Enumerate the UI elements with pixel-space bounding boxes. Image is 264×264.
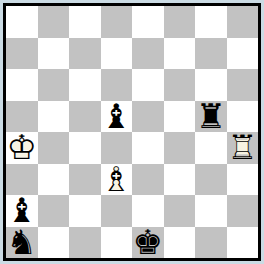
square-a4[interactable]: ♚♔ [6, 132, 38, 164]
square-f8[interactable] [164, 6, 196, 38]
square-b7[interactable] [38, 38, 70, 70]
square-a1[interactable]: ♞ [6, 227, 38, 259]
chess-board: ♝♜♚♔♜♖♝♗♝♞♚ [6, 6, 258, 258]
square-c1[interactable] [69, 227, 101, 259]
square-g5[interactable]: ♜ [195, 101, 227, 133]
square-e6[interactable] [132, 69, 164, 101]
white-bishop-glyph: ♗ [101, 164, 131, 196]
square-a7[interactable] [6, 38, 38, 70]
piece-black-rook[interactable]: ♜ [196, 101, 226, 133]
piece-black-king[interactable]: ♚ [133, 227, 163, 259]
square-d3[interactable]: ♝♗ [101, 164, 133, 196]
square-h7[interactable] [227, 38, 259, 70]
square-c4[interactable] [69, 132, 101, 164]
chess-diagram: ♝♜♚♔♜♖♝♗♝♞♚ [3, 3, 261, 261]
square-a6[interactable] [6, 69, 38, 101]
square-d8[interactable] [101, 6, 133, 38]
square-g1[interactable] [195, 227, 227, 259]
square-e7[interactable] [132, 38, 164, 70]
square-c6[interactable] [69, 69, 101, 101]
square-c3[interactable] [69, 164, 101, 196]
square-d7[interactable] [101, 38, 133, 70]
square-h8[interactable] [227, 6, 259, 38]
piece-white-bishop[interactable]: ♝♗ [101, 164, 131, 196]
square-b3[interactable] [38, 164, 70, 196]
square-d5[interactable]: ♝ [101, 101, 133, 133]
square-b1[interactable] [38, 227, 70, 259]
square-e3[interactable] [132, 164, 164, 196]
square-d1[interactable] [101, 227, 133, 259]
piece-black-bishop[interactable]: ♝ [101, 101, 131, 133]
square-b8[interactable] [38, 6, 70, 38]
square-e5[interactable] [132, 101, 164, 133]
square-e8[interactable] [132, 6, 164, 38]
square-f6[interactable] [164, 69, 196, 101]
square-b5[interactable] [38, 101, 70, 133]
square-g3[interactable] [195, 164, 227, 196]
square-c7[interactable] [69, 38, 101, 70]
square-h1[interactable] [227, 227, 259, 259]
square-f5[interactable] [164, 101, 196, 133]
white-king-glyph: ♔ [7, 132, 37, 164]
square-b2[interactable] [38, 195, 70, 227]
square-f1[interactable] [164, 227, 196, 259]
square-d2[interactable] [101, 195, 133, 227]
square-g4[interactable] [195, 132, 227, 164]
black-king-glyph: ♚ [133, 227, 163, 259]
square-f7[interactable] [164, 38, 196, 70]
white-rook-glyph: ♖ [227, 132, 257, 164]
square-g8[interactable] [195, 6, 227, 38]
square-e4[interactable] [132, 132, 164, 164]
black-rook-glyph: ♜ [196, 101, 226, 133]
square-h6[interactable] [227, 69, 259, 101]
square-e1[interactable]: ♚ [132, 227, 164, 259]
piece-black-knight[interactable]: ♞ [7, 227, 37, 259]
square-c2[interactable] [69, 195, 101, 227]
piece-white-king[interactable]: ♚♔ [7, 132, 37, 164]
square-c5[interactable] [69, 101, 101, 133]
square-f3[interactable] [164, 164, 196, 196]
piece-white-rook[interactable]: ♜♖ [227, 132, 257, 164]
square-a8[interactable] [6, 6, 38, 38]
square-f2[interactable] [164, 195, 196, 227]
black-bishop-glyph: ♝ [101, 101, 131, 133]
square-h3[interactable] [227, 164, 259, 196]
square-f4[interactable] [164, 132, 196, 164]
square-g7[interactable] [195, 38, 227, 70]
square-h4[interactable]: ♜♖ [227, 132, 259, 164]
square-c8[interactable] [69, 6, 101, 38]
black-knight-glyph: ♞ [7, 227, 37, 259]
square-b4[interactable] [38, 132, 70, 164]
square-h2[interactable] [227, 195, 259, 227]
square-b6[interactable] [38, 69, 70, 101]
square-g2[interactable] [195, 195, 227, 227]
